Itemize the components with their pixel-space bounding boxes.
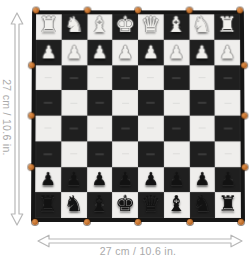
square-f4[interactable] [87,90,113,115]
white-bishop[interactable]: ♝ [166,15,186,37]
square-h5[interactable] [35,116,61,141]
square-b4[interactable] [189,90,215,115]
black-rook[interactable]: ♜ [38,193,58,215]
square-e4[interactable] [112,90,138,115]
square-f7[interactable]: ♟ [87,167,113,193]
square-d7[interactable]: ♟ [138,167,164,193]
square-d6[interactable] [138,141,164,167]
square-h7[interactable]: ♟ [35,167,61,193]
square-b3[interactable] [189,65,215,90]
square-d5[interactable] [138,116,164,141]
connector-peg-icon [32,219,38,225]
connector-peg-icon [186,7,192,13]
square-a8[interactable]: ♜ [215,192,241,218]
square-a1[interactable]: ♜ [214,14,240,39]
square-c2[interactable]: ♟ [164,40,190,65]
square-g6[interactable] [61,141,87,167]
connector-peg-icon [83,219,89,225]
connector-peg-icon [33,7,39,13]
square-h2[interactable]: ♟ [36,40,62,65]
square-b6[interactable] [189,141,215,167]
square-e6[interactable] [112,141,138,167]
black-pawn[interactable]: ♟ [40,171,56,189]
square-g5[interactable] [61,116,87,141]
product-image: 27 cm / 10.6 in. ♜♞♝♚♛♝♞♜♟♟♟♟♟♟♟♟♟♟♟♟♟♟♟… [0,0,250,257]
white-pawn[interactable]: ♟ [92,43,108,61]
square-h3[interactable] [36,65,62,90]
square-a6[interactable] [215,141,241,167]
white-king[interactable]: ♚ [115,15,135,37]
square-c4[interactable] [164,90,190,115]
height-arrow-icon [10,12,24,226]
square-e2[interactable]: ♟ [112,40,138,65]
square-g7[interactable]: ♟ [61,167,87,193]
square-e3[interactable] [112,65,138,90]
black-pawn[interactable]: ♟ [117,171,133,189]
square-f3[interactable] [87,65,113,90]
square-g4[interactable] [61,90,87,115]
white-pawn[interactable]: ♟ [143,43,159,61]
square-e5[interactable] [112,116,138,141]
connector-peg-icon [84,7,90,13]
square-c1[interactable]: ♝ [163,14,189,39]
square-f5[interactable] [87,116,113,141]
black-queen[interactable]: ♛ [141,193,161,215]
white-pawn[interactable]: ♟ [41,43,57,61]
white-pawn[interactable]: ♟ [168,43,184,61]
square-d1[interactable]: ♛ [138,14,164,39]
square-c3[interactable] [164,65,190,90]
connector-peg-icon [28,164,34,170]
black-pawn[interactable]: ♟ [143,171,159,189]
square-a2[interactable]: ♟ [215,40,241,65]
square-c5[interactable] [164,116,190,141]
white-rook[interactable]: ♜ [39,15,59,37]
white-pawn[interactable]: ♟ [66,43,82,61]
white-bishop[interactable]: ♝ [90,15,110,37]
square-b1[interactable]: ♞ [189,14,215,39]
black-pawn[interactable]: ♟ [168,171,184,189]
square-c6[interactable] [164,141,190,167]
connector-peg-icon [241,113,247,119]
square-g8[interactable]: ♞ [61,192,87,218]
square-e7[interactable]: ♟ [112,167,138,193]
white-pawn[interactable]: ♟ [194,43,210,61]
square-b8[interactable]: ♞ [189,192,215,218]
white-pawn[interactable]: ♟ [219,43,235,61]
square-f2[interactable]: ♟ [87,40,113,65]
connector-peg-icon [135,7,141,13]
square-h6[interactable] [35,141,61,167]
square-h4[interactable] [36,90,62,115]
white-queen[interactable]: ♛ [141,15,161,37]
square-a4[interactable] [215,90,241,115]
black-rook[interactable]: ♜ [218,193,238,215]
connector-peg-icon [237,7,243,13]
connector-peg-icon [242,164,248,170]
connector-peg-icon [186,219,192,225]
square-a3[interactable] [215,65,241,90]
white-knight[interactable]: ♞ [64,15,84,37]
white-rook[interactable]: ♜ [217,15,237,37]
square-b5[interactable] [189,116,215,141]
square-f1[interactable]: ♝ [87,14,113,39]
square-g3[interactable] [61,65,87,90]
square-d4[interactable] [138,90,164,115]
connector-peg-icon [238,219,244,225]
white-pawn[interactable]: ♟ [117,43,133,61]
square-a7[interactable]: ♟ [215,167,241,193]
square-d3[interactable] [138,65,164,90]
square-d2[interactable]: ♟ [138,40,164,65]
square-f6[interactable] [87,141,113,167]
black-pawn[interactable]: ♟ [194,171,210,189]
black-knight[interactable]: ♞ [64,193,84,215]
connector-peg-icon [29,62,35,68]
square-h1[interactable]: ♜ [36,14,62,39]
square-a5[interactable] [215,116,241,141]
black-king[interactable]: ♚ [115,193,135,215]
square-c7[interactable]: ♟ [164,167,190,193]
square-f8[interactable]: ♝ [87,192,113,218]
square-b2[interactable]: ♟ [189,40,215,65]
black-pawn[interactable]: ♟ [220,171,236,189]
square-e8[interactable]: ♚ [112,192,138,218]
square-g2[interactable]: ♟ [61,40,87,65]
chess-board: ♜♞♝♚♛♝♞♜♟♟♟♟♟♟♟♟♟♟♟♟♟♟♟♟♜♞♝♚♛♝♞♜ [31,10,245,222]
square-d8[interactable]: ♛ [138,192,164,218]
connector-peg-icon [241,62,247,68]
connector-peg-icon [135,219,141,225]
square-e1[interactable]: ♚ [112,14,138,39]
square-c8[interactable]: ♝ [164,192,190,218]
connector-peg-icon [29,113,35,119]
black-knight[interactable]: ♞ [192,193,212,215]
square-h8[interactable]: ♜ [35,192,61,218]
square-g1[interactable]: ♞ [61,14,87,39]
black-pawn[interactable]: ♟ [91,171,107,189]
black-pawn[interactable]: ♟ [66,171,82,189]
black-bishop[interactable]: ♝ [167,193,187,215]
width-dimension-label: 27 cm / 10.6 in. [31,246,245,257]
chess-board-grid: ♜♞♝♚♛♝♞♜♟♟♟♟♟♟♟♟♟♟♟♟♟♟♟♟♜♞♝♚♛♝♞♜ [35,14,241,218]
square-b7[interactable]: ♟ [189,167,215,193]
black-bishop[interactable]: ♝ [90,193,110,215]
white-knight[interactable]: ♞ [192,15,212,37]
